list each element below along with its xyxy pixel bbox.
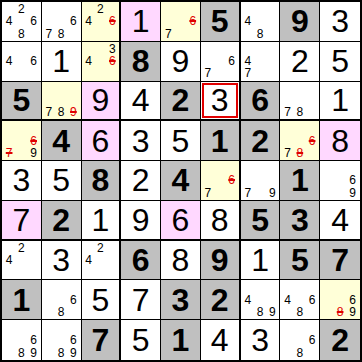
cell-r4c7[interactable]: 2	[241, 121, 281, 161]
pencil-marks: 678	[43, 3, 80, 40]
cell-r2c1[interactable]: 46	[2, 42, 42, 82]
candidate-6: 6	[306, 294, 318, 306]
pencil-marks: 678	[281, 122, 318, 159]
candidate-8: 8	[55, 106, 67, 118]
empty-candidate-slot	[94, 28, 106, 40]
empty-candidate-slot	[43, 321, 55, 334]
given-digit: 4	[172, 164, 190, 196]
pencil-marks: 468	[281, 281, 318, 318]
pencil-marks: 69	[321, 162, 359, 199]
candidate-6: 6	[346, 174, 359, 186]
empty-candidate-slot	[94, 15, 106, 27]
solved-digit: 5	[92, 284, 110, 316]
candidate-9: 9	[28, 147, 40, 159]
cell-r5c5[interactable]: 4	[161, 161, 201, 201]
candidate-6: 6	[67, 334, 79, 347]
empty-candidate-slot	[294, 135, 306, 147]
pencil-marks: 68	[281, 321, 318, 359]
empty-candidate-slot	[214, 67, 226, 79]
empty-candidate-slot	[226, 67, 238, 79]
empty-candidate-slot	[254, 187, 266, 199]
empty-candidate-slot	[94, 55, 106, 67]
solved-digit: 7	[132, 284, 150, 316]
cell-r7c5[interactable]: 8	[161, 241, 201, 281]
empty-candidate-slot	[15, 55, 27, 67]
candidate-7: 7	[281, 147, 293, 159]
empty-candidate-slot	[306, 321, 318, 334]
cell-r1c5[interactable]: 67	[161, 2, 201, 42]
empty-candidate-slot	[254, 15, 266, 27]
sudoku-board: 2468678246167548934613468967472557899423…	[0, 0, 362, 362]
given-digit: 8	[92, 164, 110, 196]
pencil-marks: 47	[242, 43, 279, 80]
candidate-2: 2	[94, 3, 106, 15]
solved-digit: 3	[331, 5, 349, 37]
pencil-marks: 24	[83, 242, 119, 279]
empty-candidate-slot	[266, 67, 278, 79]
empty-candidate-slot	[321, 306, 334, 318]
cell-r7c9[interactable]: 7	[320, 241, 360, 281]
empty-candidate-slot	[28, 242, 40, 254]
empty-candidate-slot	[242, 28, 254, 40]
given-digit: 7	[331, 244, 349, 276]
candidate-4: 4	[242, 15, 254, 27]
given-digit: 9	[211, 244, 229, 276]
candidate-2: 2	[94, 242, 106, 254]
empty-candidate-slot	[306, 147, 318, 159]
candidate-4: 4	[83, 15, 95, 27]
cell-r5c9[interactable]: 69	[320, 161, 360, 201]
empty-candidate-slot	[43, 346, 55, 359]
empty-candidate-slot	[254, 3, 266, 15]
pencil-marks: 24	[3, 242, 40, 279]
candidate-4: 4	[281, 294, 293, 306]
given-digit: 2	[251, 125, 269, 157]
cell-r9c3[interactable]: 7	[82, 320, 122, 360]
cell-r2c3[interactable]: 346	[82, 42, 122, 82]
solved-digit: 1	[331, 84, 349, 116]
empty-candidate-slot	[242, 281, 254, 293]
empty-candidate-slot	[266, 43, 278, 55]
cell-r4c6[interactable]: 1	[201, 121, 241, 161]
cell-r7c4[interactable]: 6	[121, 241, 161, 281]
cell-r6c5[interactable]: 6	[161, 201, 201, 241]
cell-r4c5[interactable]: 5	[161, 121, 201, 161]
solved-digit: 9	[132, 204, 150, 236]
empty-candidate-slot	[15, 334, 27, 347]
empty-candidate-slot	[43, 281, 55, 293]
empty-candidate-slot	[306, 106, 318, 118]
cell-r2c8[interactable]: 2	[280, 42, 320, 82]
cell-r3c1[interactable]: 5	[2, 82, 42, 122]
empty-candidate-slot	[15, 147, 27, 159]
candidate-9: 9	[266, 187, 278, 199]
empty-candidate-slot	[94, 266, 106, 278]
cell-r1c4[interactable]: 1	[121, 2, 161, 42]
empty-candidate-slot	[242, 162, 254, 174]
empty-candidate-slot	[15, 15, 27, 27]
eliminated-candidate-9: 9	[67, 106, 79, 118]
empty-candidate-slot	[266, 3, 278, 15]
solved-digit: 6	[172, 204, 190, 236]
empty-candidate-slot	[174, 15, 186, 27]
cell-r3c8[interactable]: 78	[280, 82, 320, 122]
cell-r4c2[interactable]: 4	[42, 121, 82, 161]
cell-r9c2[interactable]: 689	[42, 320, 82, 360]
given-digit: 1	[291, 164, 309, 196]
pencil-marks: 2468	[3, 3, 40, 40]
given-digit: 2	[52, 204, 70, 236]
empty-candidate-slot	[28, 122, 40, 134]
empty-candidate-slot	[281, 346, 293, 359]
given-digit: 2	[211, 284, 229, 316]
given-digit: 8	[132, 45, 150, 77]
pencil-marks: 79	[242, 162, 279, 199]
candidate-8: 8	[55, 306, 67, 318]
cell-r2c5[interactable]: 9	[161, 42, 201, 82]
given-digit: 5	[12, 84, 30, 116]
candidate-6: 6	[226, 55, 238, 67]
cell-r7c1[interactable]: 24	[2, 241, 42, 281]
empty-candidate-slot	[214, 55, 226, 67]
eliminated-candidate-6: 6	[106, 15, 118, 27]
eliminated-candidate-6: 6	[28, 135, 40, 147]
eliminated-candidate-6: 6	[226, 174, 238, 186]
pencil-marks: 67	[162, 3, 199, 40]
empty-candidate-slot	[334, 187, 347, 199]
empty-candidate-slot	[226, 187, 238, 199]
cell-r8c8[interactable]: 468	[280, 280, 320, 320]
cell-r6c7[interactable]: 5	[241, 201, 281, 241]
cell-r1c3[interactable]: 246	[82, 2, 122, 42]
cell-r7c6[interactable]: 9	[201, 241, 241, 281]
cell-r9c1[interactable]: 689	[2, 320, 42, 360]
empty-candidate-slot	[321, 294, 334, 306]
cell-r9c8[interactable]: 68	[280, 320, 320, 360]
empty-candidate-slot	[266, 15, 278, 27]
cell-r6c9[interactable]: 4	[320, 201, 360, 241]
cell-r1c1[interactable]: 2468	[2, 2, 42, 42]
candidate-2: 2	[15, 3, 27, 15]
cell-r6c6[interactable]: 8	[201, 201, 241, 241]
candidate-8: 8	[294, 346, 306, 359]
eliminated-candidate-8: 8	[334, 306, 347, 318]
empty-candidate-slot	[174, 28, 186, 40]
empty-candidate-slot	[43, 306, 55, 318]
cell-r1c6[interactable]: 5	[201, 2, 241, 42]
candidate-8: 8	[55, 28, 67, 40]
cell-r3c2[interactable]: 789	[42, 82, 82, 122]
cell-r6c2[interactable]: 2	[42, 201, 82, 241]
cell-r8c7[interactable]: 489	[241, 280, 281, 320]
cell-r8c9[interactable]: 689	[320, 280, 360, 320]
eliminated-candidate-6: 6	[187, 15, 199, 27]
empty-candidate-slot	[3, 321, 15, 334]
empty-candidate-slot	[83, 28, 95, 40]
empty-candidate-slot	[242, 306, 254, 318]
empty-candidate-slot	[94, 43, 106, 55]
pencil-marks: 78	[281, 83, 318, 119]
given-digit: 5	[291, 244, 309, 276]
cell-r3c6[interactable]: 3	[201, 82, 241, 122]
cell-r4c9[interactable]: 8	[320, 121, 360, 161]
empty-candidate-slot	[3, 28, 15, 40]
cell-r3c7[interactable]: 6	[241, 82, 281, 122]
cell-r5c3[interactable]: 8	[82, 161, 122, 201]
cell-r9c9[interactable]: 2	[320, 320, 360, 360]
cell-r1c9[interactable]: 3	[320, 2, 360, 42]
candidate-8: 8	[55, 346, 67, 359]
empty-candidate-slot	[294, 334, 306, 347]
candidate-9: 9	[28, 346, 40, 359]
empty-candidate-slot	[254, 43, 266, 55]
empty-candidate-slot	[281, 83, 293, 95]
empty-candidate-slot	[306, 122, 318, 134]
pencil-marks: 689	[3, 321, 40, 359]
solved-digit: 2	[291, 45, 309, 77]
candidate-6: 6	[28, 55, 40, 67]
cell-r2c9[interactable]: 5	[320, 42, 360, 82]
empty-candidate-slot	[3, 334, 15, 347]
candidate-7: 7	[242, 67, 254, 79]
candidate-4: 4	[83, 55, 95, 67]
empty-candidate-slot	[266, 281, 278, 293]
candidate-4: 4	[3, 254, 15, 266]
empty-candidate-slot	[67, 28, 79, 40]
empty-candidate-slot	[43, 334, 55, 347]
cell-r2c6[interactable]: 67	[201, 42, 241, 82]
empty-candidate-slot	[306, 281, 318, 293]
empty-candidate-slot	[15, 266, 27, 278]
solved-digit: 4	[132, 84, 150, 116]
given-digit: 2	[172, 84, 190, 116]
cell-r3c3[interactable]: 9	[82, 82, 122, 122]
empty-candidate-slot	[334, 162, 347, 174]
empty-candidate-slot	[15, 43, 27, 55]
cell-r7c2[interactable]: 3	[42, 241, 82, 281]
candidate-6: 6	[306, 334, 318, 347]
empty-candidate-slot	[106, 254, 118, 266]
given-digit: 5	[211, 5, 229, 37]
empty-candidate-slot	[214, 43, 226, 55]
candidate-8: 8	[15, 28, 27, 40]
empty-candidate-slot	[3, 122, 15, 134]
cell-r5c1[interactable]: 3	[2, 161, 42, 201]
cell-r8c1[interactable]: 1	[2, 280, 42, 320]
cell-r6c3[interactable]: 1	[82, 201, 122, 241]
pencil-marks: 48	[242, 3, 279, 40]
cell-r8c4[interactable]: 7	[121, 280, 161, 320]
solved-digit: 7	[12, 204, 30, 236]
empty-candidate-slot	[106, 67, 118, 79]
empty-candidate-slot	[281, 321, 293, 334]
empty-candidate-slot	[106, 242, 118, 254]
cell-r6c1[interactable]: 7	[2, 201, 42, 241]
cell-r5c8[interactable]: 1	[280, 161, 320, 201]
cell-r5c6[interactable]: 67	[201, 161, 241, 201]
empty-candidate-slot	[43, 15, 55, 27]
cell-r1c2[interactable]: 678	[42, 2, 82, 42]
pencil-marks: 67	[202, 162, 238, 199]
empty-candidate-slot	[321, 162, 334, 174]
empty-candidate-slot	[306, 346, 318, 359]
solved-digit: 1	[251, 244, 269, 276]
solved-digit: 8	[211, 204, 229, 236]
empty-candidate-slot	[67, 281, 79, 293]
eliminated-candidate-6: 6	[106, 55, 118, 67]
empty-candidate-slot	[3, 135, 15, 147]
candidate-9: 9	[67, 346, 79, 359]
cell-r9c6[interactable]: 4	[201, 320, 241, 360]
empty-candidate-slot	[15, 122, 27, 134]
candidate-7: 7	[202, 67, 214, 79]
empty-candidate-slot	[94, 254, 106, 266]
empty-candidate-slot	[214, 187, 226, 199]
empty-candidate-slot	[55, 321, 67, 334]
cell-r8c2[interactable]: 68	[42, 280, 82, 320]
pencil-marks: 489	[242, 281, 279, 318]
empty-candidate-slot	[214, 162, 226, 174]
empty-candidate-slot	[306, 94, 318, 106]
cell-r6c4[interactable]: 9	[121, 201, 161, 241]
cell-r5c4[interactable]: 2	[121, 161, 161, 201]
empty-candidate-slot	[55, 281, 67, 293]
empty-candidate-slot	[106, 28, 118, 40]
empty-candidate-slot	[3, 346, 15, 359]
candidate-7: 7	[281, 106, 293, 118]
candidate-9: 9	[346, 306, 359, 318]
cell-r7c7[interactable]: 1	[241, 241, 281, 281]
cell-r4c8[interactable]: 678	[280, 121, 320, 161]
eliminated-candidate-7: 7	[3, 147, 15, 159]
cell-r4c3[interactable]: 6	[82, 121, 122, 161]
empty-candidate-slot	[202, 162, 214, 174]
pencil-marks: 68	[43, 281, 80, 318]
given-digit: 6	[251, 84, 269, 116]
pencil-marks: 67	[202, 43, 238, 80]
solved-digit: 5	[331, 45, 349, 77]
candidate-4: 4	[242, 294, 254, 306]
candidate-8: 8	[15, 346, 27, 359]
empty-candidate-slot	[43, 3, 55, 15]
cell-r2c4[interactable]: 8	[121, 42, 161, 82]
cell-r5c2[interactable]: 5	[42, 161, 82, 201]
empty-candidate-slot	[294, 83, 306, 95]
empty-candidate-slot	[321, 187, 334, 199]
cell-r8c5[interactable]: 3	[161, 280, 201, 320]
cell-r9c7[interactable]: 3	[241, 320, 281, 360]
solved-digit: 3	[211, 84, 229, 116]
cell-r3c4[interactable]: 4	[121, 82, 161, 122]
empty-candidate-slot	[67, 321, 79, 334]
empty-candidate-slot	[281, 135, 293, 147]
solved-digit: 6	[92, 125, 110, 157]
cell-r1c8[interactable]: 9	[280, 2, 320, 42]
solved-digit: 3	[52, 244, 70, 276]
cell-r9c5[interactable]: 1	[161, 320, 201, 360]
solved-digit: 1	[132, 5, 150, 37]
cell-r3c5[interactable]: 2	[161, 82, 201, 122]
cell-r4c1[interactable]: 679	[2, 121, 42, 161]
candidate-2: 2	[15, 242, 27, 254]
empty-candidate-slot	[55, 334, 67, 347]
candidate-6: 6	[28, 15, 40, 27]
candidate-8: 8	[294, 106, 306, 118]
cell-r7c3[interactable]: 24	[82, 241, 122, 281]
candidate-7: 7	[43, 28, 55, 40]
empty-candidate-slot	[15, 67, 27, 79]
empty-candidate-slot	[266, 162, 278, 174]
empty-candidate-slot	[214, 174, 226, 186]
cell-r6c8[interactable]: 3	[280, 201, 320, 241]
empty-candidate-slot	[3, 67, 15, 79]
cell-r8c3[interactable]: 5	[82, 280, 122, 320]
candidate-7: 7	[162, 28, 174, 40]
cell-r1c7[interactable]: 48	[241, 2, 281, 42]
pencil-marks: 346	[83, 43, 119, 80]
cell-r7c8[interactable]: 5	[280, 241, 320, 281]
cell-r5c7[interactable]: 79	[241, 161, 281, 201]
empty-candidate-slot	[321, 281, 334, 293]
empty-candidate-slot	[306, 83, 318, 95]
solved-digit: 4	[211, 324, 229, 356]
given-digit: 3	[291, 204, 309, 236]
solved-digit: 8	[331, 125, 349, 157]
solved-digit: 8	[172, 244, 190, 276]
empty-candidate-slot	[187, 28, 199, 40]
empty-candidate-slot	[15, 135, 27, 147]
empty-candidate-slot	[306, 306, 318, 318]
empty-candidate-slot	[28, 266, 40, 278]
cell-r4c4[interactable]: 3	[121, 121, 161, 161]
cell-r8c6[interactable]: 2	[201, 280, 241, 320]
pencil-marks: 679	[3, 122, 40, 159]
empty-candidate-slot	[266, 55, 278, 67]
pencil-marks: 46	[3, 43, 40, 80]
given-digit: 7	[92, 324, 110, 356]
candidate-6: 6	[28, 334, 40, 347]
empty-candidate-slot	[55, 3, 67, 15]
cell-r3c9[interactable]: 1	[320, 82, 360, 122]
pencil-marks: 689	[321, 281, 359, 318]
empty-candidate-slot	[281, 122, 293, 134]
empty-candidate-slot	[15, 254, 27, 266]
solved-digit: 3	[12, 164, 30, 196]
given-digit: 5	[251, 204, 269, 236]
empty-candidate-slot	[94, 67, 106, 79]
empty-candidate-slot	[28, 67, 40, 79]
candidate-6: 6	[67, 15, 79, 27]
cell-r9c4[interactable]: 5	[121, 320, 161, 360]
cell-r2c7[interactable]: 47	[241, 42, 281, 82]
empty-candidate-slot	[162, 3, 174, 15]
candidate-9: 9	[346, 187, 359, 199]
empty-candidate-slot	[55, 83, 67, 95]
empty-candidate-slot	[321, 174, 334, 186]
empty-candidate-slot	[266, 28, 278, 40]
given-digit: 3	[172, 284, 190, 316]
candidate-7: 7	[43, 106, 55, 118]
empty-candidate-slot	[15, 321, 27, 334]
empty-candidate-slot	[281, 334, 293, 347]
empty-candidate-slot	[334, 281, 347, 293]
given-digit: 1	[211, 125, 229, 157]
pencil-marks: 246	[83, 3, 119, 40]
solved-digit: 5	[52, 164, 70, 196]
given-digit: 1	[172, 324, 190, 356]
cell-r2c2[interactable]: 1	[42, 42, 82, 82]
empty-candidate-slot	[28, 254, 40, 266]
